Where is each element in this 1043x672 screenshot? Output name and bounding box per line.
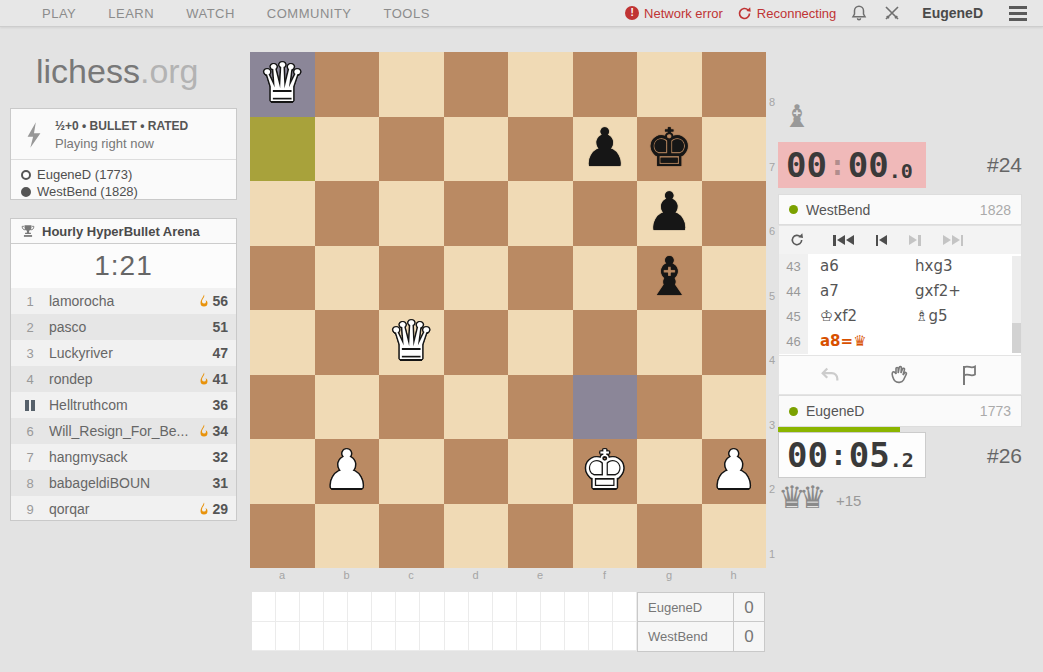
standing-rank: 4: [11, 372, 49, 387]
move-number: 46: [779, 329, 808, 354]
black-player-label: WestBend (1828): [37, 183, 138, 200]
move-row: 46a8=♛: [779, 329, 1021, 354]
file-label-b: b: [315, 569, 379, 581]
standing-row[interactable]: 2pasco51: [11, 314, 236, 340]
white-clock-tenth: .2: [890, 448, 914, 477]
square-h7[interactable]: [702, 117, 767, 182]
move-row: 45♔xf2♗g5: [779, 304, 1021, 329]
network-error-status: ! Network error: [625, 6, 723, 21]
square-b7[interactable]: [315, 117, 380, 182]
square-h4[interactable]: [702, 310, 767, 375]
cycle-icon: [789, 232, 805, 248]
chart-cell: [372, 592, 396, 622]
black-pawn-piece: ♟: [637, 181, 702, 246]
square-g6[interactable]: ♟: [637, 181, 702, 246]
file-label-f: f: [573, 569, 637, 581]
square-c6[interactable]: [379, 181, 444, 246]
crosstable-score: 0: [734, 622, 764, 651]
square-c2[interactable]: [379, 439, 444, 504]
square-f4[interactable]: [573, 310, 638, 375]
tournament-header[interactable]: Hourly HyperBullet Arena: [11, 219, 236, 244]
square-a7[interactable]: [250, 117, 315, 182]
chart-cell: [300, 622, 324, 652]
move-time-chart: [252, 592, 637, 651]
move-controls: [778, 225, 1022, 254]
square-d7[interactable]: [444, 117, 509, 182]
move-nav-buttons: [833, 235, 963, 246]
online-dot-icon: [789, 407, 798, 416]
takeback-icon: [817, 364, 843, 386]
standing-score: 47: [212, 345, 228, 361]
chart-cell: [613, 592, 637, 622]
standing-row[interactable]: 1lamorocha56: [11, 288, 236, 314]
game-info-header: ½+0 • BULLET • RATED Playing right now: [11, 109, 236, 160]
crosstable-row[interactable]: EugeneD0: [638, 593, 764, 622]
square-f5[interactable]: [573, 246, 638, 311]
square-d3[interactable]: [444, 375, 509, 440]
file-label-a: a: [250, 569, 314, 581]
challenges-button[interactable]: [882, 4, 902, 22]
square-a2[interactable]: [250, 439, 315, 504]
white-color-icon: [21, 170, 31, 180]
square-d4[interactable]: [444, 310, 509, 375]
standing-player[interactable]: Helltruthcom: [49, 397, 212, 413]
standing-score: 51: [212, 319, 228, 335]
square-d6[interactable]: [444, 181, 509, 246]
standing-player[interactable]: Will_Resign_For_Be...: [49, 423, 198, 439]
standing-rank: 6: [11, 424, 49, 439]
file-label-h: h: [702, 569, 766, 581]
white-player-row: EugeneD 1773: [778, 395, 1022, 427]
chart-cell: [565, 622, 589, 652]
tournament-box: Hourly HyperBullet Arena 1:21 1lamorocha…: [10, 218, 237, 521]
network-error-label: Network error: [644, 6, 723, 21]
black-move[interactable]: hxg3: [903, 254, 998, 279]
standing-row[interactable]: 6Will_Resign_For_Be...34: [11, 418, 236, 444]
chart-cell: [372, 622, 396, 652]
square-a8[interactable]: ♛: [250, 52, 315, 117]
nav-community[interactable]: COMMUNITY: [267, 6, 352, 21]
white-move[interactable]: ♔xf2: [808, 304, 903, 329]
square-h2[interactable]: ♟: [702, 439, 767, 504]
white-player-link[interactable]: EugeneD (1773): [21, 166, 226, 183]
chart-cell: [396, 622, 420, 652]
resign-button[interactable]: [957, 363, 983, 387]
crosstable-score: 0: [734, 593, 764, 621]
black-clock-sec: 00: [848, 145, 889, 185]
chart-cell: [541, 622, 565, 652]
chart-cell: [493, 622, 517, 652]
game-mode-label: ½+0 • BULLET • RATED: [55, 119, 188, 133]
square-e8[interactable]: [508, 52, 573, 117]
nav-username[interactable]: EugeneD: [916, 5, 989, 21]
square-d8[interactable]: [444, 52, 509, 117]
chart-cell: [541, 592, 565, 622]
trophy-icon: [21, 224, 35, 238]
standing-rank: 9: [11, 502, 49, 517]
square-f6[interactable]: [573, 181, 638, 246]
black-player-rating: 1828: [980, 202, 1011, 218]
crosstable: EugeneD0WestBend0: [637, 592, 765, 652]
square-b1[interactable]: [315, 504, 380, 569]
black-clock-colon: :: [827, 149, 848, 182]
move-number: 45: [779, 304, 808, 329]
square-g1[interactable]: [637, 504, 702, 569]
notifications-button[interactable]: [850, 4, 868, 22]
standing-rank: 1: [11, 294, 49, 309]
chart-cell: [420, 592, 444, 622]
next-move-button[interactable]: [909, 235, 921, 246]
square-g3[interactable]: [637, 375, 702, 440]
logo-tld: .org: [140, 52, 199, 90]
chess-board: ♛♟♚♟♝♛♟♚♟: [250, 52, 766, 568]
tournament-timer: 1:21: [11, 244, 236, 288]
square-h6[interactable]: [702, 181, 767, 246]
crosstable-row[interactable]: WestBend0: [638, 622, 764, 651]
square-e4[interactable]: [508, 310, 573, 375]
standing-player[interactable]: qorqar: [49, 501, 198, 517]
white-player-label: EugeneD (1773): [37, 166, 132, 183]
standing-score: 41: [198, 371, 228, 387]
chart-cell: [348, 622, 372, 652]
reconnecting-label: Reconnecting: [757, 6, 837, 21]
standing-row[interactable]: 4rondep41: [11, 366, 236, 392]
square-b8[interactable]: [315, 52, 380, 117]
white-player-name[interactable]: EugeneD: [806, 403, 864, 419]
nav-tools[interactable]: TOOLS: [384, 6, 430, 21]
game-status-label: Playing right now: [55, 136, 188, 151]
draw-offer-button[interactable]: [887, 363, 913, 387]
material-advantage: +15: [836, 492, 861, 509]
last-move-button[interactable]: [943, 235, 964, 246]
handshake-icon: [887, 363, 913, 387]
chart-cell: [252, 622, 276, 652]
logo-main: lichess: [36, 52, 140, 90]
streak-fire-icon: [198, 424, 210, 438]
square-a3[interactable]: [250, 375, 315, 440]
square-c8[interactable]: [379, 52, 444, 117]
white-clock-colon: :: [828, 439, 849, 472]
nav-play[interactable]: PLAY: [42, 6, 76, 21]
crossed-swords-icon: [882, 4, 902, 22]
square-e3[interactable]: [508, 375, 573, 440]
chart-cell: [445, 592, 469, 622]
square-e6[interactable]: [508, 181, 573, 246]
standing-rank: 8: [11, 476, 49, 491]
white-tournament-rank: #26: [962, 444, 1022, 468]
black-player-link[interactable]: WestBend (1828): [21, 183, 226, 200]
square-d2[interactable]: [444, 439, 509, 504]
chart-cell: [324, 592, 348, 622]
network-error-icon: !: [625, 6, 639, 20]
square-h1[interactable]: [702, 504, 767, 569]
square-b4[interactable]: [315, 310, 380, 375]
standing-score: 34: [198, 423, 228, 439]
square-h3[interactable]: [702, 375, 767, 440]
square-c4[interactable]: ♛: [379, 310, 444, 375]
standing-player[interactable]: hangmysack: [49, 449, 212, 465]
white-clock-sec: 05: [849, 435, 890, 475]
standing-player[interactable]: lamorocha: [49, 293, 198, 309]
tournament-title: Hourly HyperBullet Arena: [42, 224, 200, 239]
standing-rank: 3: [11, 346, 49, 361]
square-f7[interactable]: ♟: [573, 117, 638, 182]
chart-cell: [276, 592, 300, 622]
black-tournament-rank: #24: [962, 153, 1022, 177]
streak-fire-icon: [198, 502, 210, 516]
cycle-button[interactable]: [789, 232, 805, 248]
black-bishop-piece: ♝: [637, 246, 702, 311]
square-f8[interactable]: [573, 52, 638, 117]
file-label-d: d: [444, 569, 508, 581]
square-c7[interactable]: [379, 117, 444, 182]
square-c5[interactable]: [379, 246, 444, 311]
crosstable-player: EugeneD: [638, 593, 734, 621]
move-list-scrollbar[interactable]: [1012, 256, 1021, 353]
move-row: 44a7gxf2+: [779, 279, 1021, 304]
chart-cell: [324, 622, 348, 652]
square-a6[interactable]: [250, 181, 315, 246]
crosstable-player: WestBend: [638, 622, 734, 651]
white-move[interactable]: a8=♛: [808, 329, 903, 354]
black-player-name[interactable]: WestBend: [806, 202, 870, 218]
standing-score: 29: [198, 501, 228, 517]
square-e2[interactable]: [508, 439, 573, 504]
standing-score: 32: [212, 449, 228, 465]
lichess-logo[interactable]: lichess.org: [36, 52, 199, 91]
square-g2[interactable]: [637, 439, 702, 504]
white-clock: 00:05.2: [778, 432, 926, 478]
white-move[interactable]: a6: [808, 254, 903, 279]
resign-flag-icon: [957, 363, 983, 387]
nav-right: ! Network error Reconnecting: [625, 4, 1043, 23]
pause-icon: [11, 400, 49, 411]
standing-row[interactable]: 9qorqar29: [11, 496, 236, 521]
square-h5[interactable]: [702, 246, 767, 311]
reconnecting-status[interactable]: Reconnecting: [737, 6, 837, 21]
chart-cell: [445, 622, 469, 652]
chart-cell: [565, 592, 589, 622]
standing-score: 56: [198, 293, 228, 309]
black-clock-tenth: .0: [889, 159, 913, 188]
chart-cell: [469, 622, 493, 652]
black-clock: 00:00.0: [778, 142, 926, 188]
captured-by-white: ♛♛: [778, 479, 820, 515]
standing-row[interactable]: 3Luckyriver47: [11, 340, 236, 366]
square-c3[interactable]: [379, 375, 444, 440]
chart-cell: [589, 592, 613, 622]
move-list: 43a6hxg344a7gxf2+45♔xf2♗g546a8=♛: [778, 254, 1022, 355]
square-a1[interactable]: [250, 504, 315, 569]
chart-cell: [517, 622, 541, 652]
square-b2[interactable]: ♟: [315, 439, 380, 504]
square-b5[interactable]: [315, 246, 380, 311]
tournament-standings: 1lamorocha562pasco513Luckyriver474rondep…: [11, 288, 236, 521]
black-pawn-piece: ♟: [573, 117, 638, 182]
standing-score: 31: [212, 475, 228, 491]
square-b3[interactable]: [315, 375, 380, 440]
standing-score: 36: [212, 397, 228, 413]
chart-cell: [252, 592, 276, 622]
square-e5[interactable]: [508, 246, 573, 311]
file-label-c: c: [379, 569, 443, 581]
square-d5[interactable]: [444, 246, 509, 311]
square-g5[interactable]: ♝: [637, 246, 702, 311]
standing-player[interactable]: Luckyriver: [49, 345, 212, 361]
black-clock-min: 00: [786, 145, 827, 185]
black-move[interactable]: ♗g5: [903, 304, 998, 329]
square-c1[interactable]: [379, 504, 444, 569]
square-f3[interactable]: [573, 375, 638, 440]
standing-row[interactable]: 7hangmysack32: [11, 444, 236, 470]
chart-cell: [469, 592, 493, 622]
white-queen-piece: ♛: [250, 52, 315, 117]
square-a4[interactable]: [250, 310, 315, 375]
white-pawn-piece: ♟: [315, 439, 380, 504]
standing-row[interactable]: 8babageldiBOUN31: [11, 470, 236, 496]
white-king-piece: ♚: [573, 439, 638, 504]
square-h8[interactable]: [702, 52, 767, 117]
square-g7[interactable]: ♚: [637, 117, 702, 182]
online-dot-icon: [789, 205, 798, 214]
standing-rank: 2: [11, 320, 49, 335]
game-actions: [778, 355, 1022, 395]
file-label-g: g: [637, 569, 701, 581]
square-g8[interactable]: [637, 52, 702, 117]
square-g4[interactable]: [637, 310, 702, 375]
standing-player[interactable]: babageldiBOUN: [49, 475, 212, 491]
standing-player[interactable]: pasco: [49, 319, 212, 335]
nav-menu: PLAY LEARN WATCH COMMUNITY TOOLS: [0, 6, 430, 21]
captured-by-black: ♝: [783, 99, 811, 133]
square-f2[interactable]: ♚: [573, 439, 638, 504]
black-player-row: WestBend 1828: [778, 194, 1022, 225]
top-nav: PLAY LEARN WATCH COMMUNITY TOOLS ! Netwo…: [0, 0, 1043, 27]
move-row: 43a6hxg3: [779, 254, 1021, 279]
chart-cell: [613, 622, 637, 652]
square-e7[interactable]: [508, 117, 573, 182]
white-queen-piece: ♛: [379, 310, 444, 375]
move-number: 43: [779, 254, 808, 279]
square-a5[interactable]: [250, 246, 315, 311]
game-players: EugeneD (1773) WestBend (1828): [11, 160, 236, 206]
nav-watch[interactable]: WATCH: [186, 6, 235, 21]
black-move[interactable]: gxf2+: [903, 279, 998, 304]
chart-cell: [276, 622, 300, 652]
lichess-page: PLAY LEARN WATCH COMMUNITY TOOLS ! Netwo…: [0, 0, 1043, 672]
chart-cell: [300, 592, 324, 622]
hamburger-menu[interactable]: [1003, 4, 1033, 23]
rank-label-8: 8: [769, 96, 781, 108]
scrollbar-thumb[interactable]: [1012, 323, 1021, 353]
reconnecting-icon: [737, 6, 752, 21]
chart-cell: [493, 592, 517, 622]
prev-move-button[interactable]: [876, 235, 888, 246]
white-player-rating: 1773: [980, 403, 1011, 419]
white-move[interactable]: a7: [808, 279, 903, 304]
game-info-box: ½+0 • BULLET • RATED Playing right now E…: [10, 108, 237, 200]
move-number: 44: [779, 279, 808, 304]
chart-cell: [396, 592, 420, 622]
chart-cell: [348, 592, 372, 622]
standing-player[interactable]: rondep: [49, 371, 198, 387]
first-move-button[interactable]: [833, 235, 854, 246]
square-e1[interactable]: [508, 504, 573, 569]
streak-fire-icon: [198, 372, 210, 386]
black-color-icon: [21, 187, 31, 197]
takeback-button[interactable]: [817, 364, 843, 386]
streak-fire-icon: [198, 294, 210, 308]
standing-rank: 7: [11, 450, 49, 465]
square-d1[interactable]: [444, 504, 509, 569]
black-move[interactable]: [903, 329, 998, 354]
rank-label-1: 1: [769, 548, 781, 560]
lightning-icon: [23, 120, 45, 150]
chart-cell: [420, 622, 444, 652]
chart-cell: [589, 622, 613, 652]
nav-learn[interactable]: LEARN: [108, 6, 154, 21]
chart-cell: [517, 592, 541, 622]
white-pawn-piece: ♟: [702, 439, 767, 504]
bell-icon: [850, 4, 868, 22]
file-label-e: e: [508, 569, 572, 581]
white-clock-min: 00: [787, 435, 828, 475]
standing-row[interactable]: Helltruthcom36: [11, 392, 236, 418]
black-king-piece: ♚: [637, 117, 702, 182]
square-b6[interactable]: [315, 181, 380, 246]
square-f1[interactable]: [573, 504, 638, 569]
